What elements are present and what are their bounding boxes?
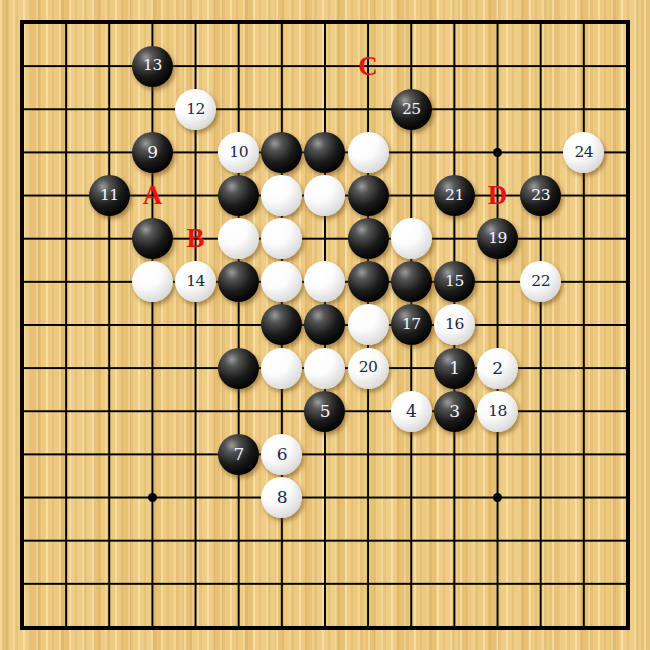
intersection bbox=[217, 217, 260, 260]
stone-black-15: 15 bbox=[434, 261, 475, 302]
intersection bbox=[347, 174, 390, 217]
stone-white bbox=[132, 261, 173, 302]
stone-white-22: 22 bbox=[520, 261, 561, 302]
intersection bbox=[260, 303, 303, 346]
label-D: D bbox=[476, 174, 519, 217]
intersection bbox=[131, 260, 174, 303]
stone-black-9: 9 bbox=[132, 132, 173, 173]
intersection bbox=[303, 347, 346, 390]
intersection bbox=[303, 260, 346, 303]
move-number: 20 bbox=[359, 360, 378, 376]
move-number: 9 bbox=[147, 144, 157, 161]
move-number: 15 bbox=[445, 274, 464, 290]
intersection: 5 bbox=[303, 390, 346, 433]
move-number: 13 bbox=[143, 58, 162, 74]
stone-black bbox=[391, 261, 432, 302]
move-number: 5 bbox=[320, 403, 330, 420]
intersection: 14 bbox=[174, 260, 217, 303]
move-number: 24 bbox=[574, 145, 593, 161]
stone-white-10: 10 bbox=[218, 132, 259, 173]
stone-white-12: 12 bbox=[175, 89, 216, 130]
intersection: 8 bbox=[260, 476, 303, 519]
intersection: 20 bbox=[347, 347, 390, 390]
move-number: 8 bbox=[277, 489, 287, 506]
move-number: 16 bbox=[445, 317, 464, 333]
move-number: 17 bbox=[402, 317, 421, 333]
intersection bbox=[390, 260, 433, 303]
intersection bbox=[347, 217, 390, 260]
stone-black-19: 19 bbox=[477, 218, 518, 259]
move-number: 6 bbox=[277, 446, 287, 463]
stone-white-16: 16 bbox=[434, 304, 475, 345]
intersection: 6 bbox=[260, 433, 303, 476]
intersection bbox=[217, 347, 260, 390]
stone-black bbox=[348, 218, 389, 259]
stone-white bbox=[261, 261, 302, 302]
move-number: 14 bbox=[186, 274, 205, 290]
stone-black bbox=[261, 304, 302, 345]
stone-black bbox=[304, 132, 345, 173]
stone-black-13: 13 bbox=[132, 46, 173, 87]
intersection: 25 bbox=[390, 88, 433, 131]
move-number: 18 bbox=[488, 404, 507, 420]
stone-white-4: 4 bbox=[391, 391, 432, 432]
intersection: 13 bbox=[131, 45, 174, 88]
stone-white bbox=[261, 348, 302, 389]
move-number: 7 bbox=[234, 446, 244, 463]
intersection: 24 bbox=[562, 131, 605, 174]
intersection: 7 bbox=[217, 433, 260, 476]
intersection bbox=[390, 217, 433, 260]
stone-black-21: 21 bbox=[434, 175, 475, 216]
stone-white-24: 24 bbox=[563, 132, 604, 173]
stone-black bbox=[218, 261, 259, 302]
stone-white-2: 2 bbox=[477, 348, 518, 389]
move-number: 12 bbox=[186, 102, 205, 118]
intersection bbox=[217, 174, 260, 217]
intersection: 19 bbox=[476, 217, 519, 260]
move-number: 2 bbox=[492, 360, 502, 377]
intersection bbox=[347, 303, 390, 346]
move-number: 23 bbox=[531, 188, 550, 204]
move-number: 11 bbox=[100, 188, 119, 204]
intersection bbox=[303, 131, 346, 174]
move-number: 1 bbox=[449, 360, 459, 377]
move-number: 25 bbox=[402, 102, 421, 118]
stone-white bbox=[304, 175, 345, 216]
intersection: 17 bbox=[390, 303, 433, 346]
stone-black bbox=[218, 175, 259, 216]
intersection: 12 bbox=[174, 88, 217, 131]
intersection: 15 bbox=[433, 260, 476, 303]
stone-white bbox=[261, 218, 302, 259]
intersection: 4 bbox=[390, 390, 433, 433]
intersection: 9 bbox=[131, 131, 174, 174]
stone-black-23: 23 bbox=[520, 175, 561, 216]
stone-black bbox=[348, 175, 389, 216]
intersection: 18 bbox=[476, 390, 519, 433]
intersection bbox=[131, 217, 174, 260]
intersection bbox=[260, 260, 303, 303]
stone-black-25: 25 bbox=[391, 89, 432, 130]
board-grid: 1312259102411212319141522171620125431876… bbox=[1, 1, 648, 648]
intersection: 10 bbox=[217, 131, 260, 174]
stone-black bbox=[261, 132, 302, 173]
move-number: 4 bbox=[406, 403, 416, 420]
stone-black-17: 17 bbox=[391, 304, 432, 345]
label-C: C bbox=[347, 45, 390, 88]
label-A: A bbox=[131, 174, 174, 217]
stone-white-20: 20 bbox=[348, 348, 389, 389]
intersection bbox=[260, 347, 303, 390]
stone-white-6: 6 bbox=[261, 434, 302, 475]
intersection bbox=[303, 174, 346, 217]
stone-black bbox=[132, 218, 173, 259]
stone-white-14: 14 bbox=[175, 261, 216, 302]
move-number: 19 bbox=[488, 231, 507, 247]
intersection bbox=[347, 260, 390, 303]
stone-black-3: 3 bbox=[434, 391, 475, 432]
intersection: 11 bbox=[88, 174, 131, 217]
stone-black-1: 1 bbox=[434, 348, 475, 389]
stone-black-11: 11 bbox=[89, 175, 130, 216]
intersection: 16 bbox=[433, 303, 476, 346]
intersection: 23 bbox=[519, 174, 562, 217]
intersection: 1 bbox=[433, 347, 476, 390]
stone-white bbox=[218, 218, 259, 259]
intersection bbox=[260, 131, 303, 174]
intersection bbox=[260, 217, 303, 260]
move-number: 3 bbox=[449, 403, 459, 420]
intersection bbox=[303, 303, 346, 346]
intersection: 22 bbox=[519, 260, 562, 303]
stone-white-8: 8 bbox=[261, 477, 302, 518]
stone-black-5: 5 bbox=[304, 391, 345, 432]
stone-black bbox=[348, 261, 389, 302]
intersection bbox=[347, 131, 390, 174]
stone-black bbox=[218, 348, 259, 389]
stone-black bbox=[304, 304, 345, 345]
label-B: B bbox=[174, 217, 217, 260]
intersection bbox=[260, 174, 303, 217]
go-board: 1312259102411212319141522171620125431876… bbox=[0, 0, 650, 650]
stone-white bbox=[348, 132, 389, 173]
stone-white bbox=[304, 348, 345, 389]
move-number: 10 bbox=[229, 145, 248, 161]
move-number: 22 bbox=[531, 274, 550, 290]
stone-white-18: 18 bbox=[477, 391, 518, 432]
intersection: 2 bbox=[476, 347, 519, 390]
intersection: 21 bbox=[433, 174, 476, 217]
stone-white bbox=[391, 218, 432, 259]
stone-white bbox=[304, 261, 345, 302]
stone-white bbox=[348, 304, 389, 345]
stone-black-7: 7 bbox=[218, 434, 259, 475]
move-number: 21 bbox=[445, 188, 464, 204]
stone-white bbox=[261, 175, 302, 216]
intersection: 3 bbox=[433, 390, 476, 433]
intersection bbox=[217, 260, 260, 303]
